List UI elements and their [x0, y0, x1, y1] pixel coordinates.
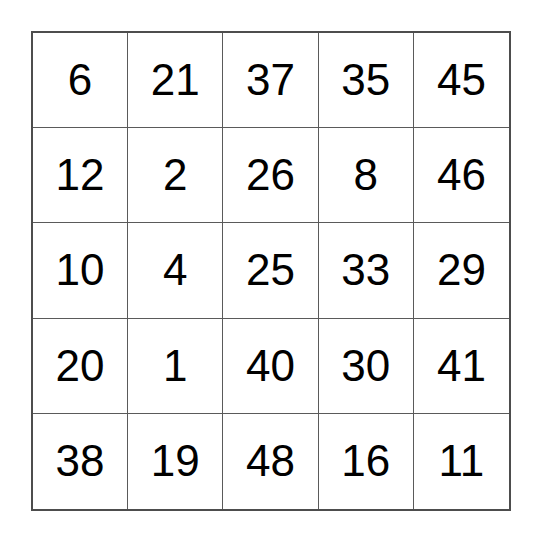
bingo-cell-r3c3: 30 [319, 319, 414, 414]
bingo-cell-r1c3: 8 [319, 128, 414, 223]
bingo-cell-r0c0: 6 [33, 33, 128, 128]
bingo-cell-r0c2: 37 [223, 33, 318, 128]
bingo-cell-r0c3: 35 [319, 33, 414, 128]
bingo-cell-r0c4: 45 [414, 33, 509, 128]
bingo-cell-r2c3: 33 [319, 223, 414, 318]
bingo-card-page: 6 21 37 35 45 12 2 26 8 46 10 4 25 33 29… [0, 0, 544, 544]
bingo-cell-r3c2: 40 [223, 319, 318, 414]
bingo-cell-r4c0: 38 [33, 414, 128, 509]
bingo-cell-r4c1: 19 [128, 414, 223, 509]
bingo-cell-r2c2: 25 [223, 223, 318, 318]
bingo-cell-r2c1: 4 [128, 223, 223, 318]
bingo-cell-r0c1: 21 [128, 33, 223, 128]
bingo-cell-r4c3: 16 [319, 414, 414, 509]
bingo-cell-r1c1: 2 [128, 128, 223, 223]
bingo-cell-r3c1: 1 [128, 319, 223, 414]
bingo-cell-r2c0: 10 [33, 223, 128, 318]
bingo-cell-r3c4: 41 [414, 319, 509, 414]
bingo-cell-r1c4: 46 [414, 128, 509, 223]
bingo-cell-r4c2: 48 [223, 414, 318, 509]
bingo-cell-r3c0: 20 [33, 319, 128, 414]
bingo-cell-r4c4: 11 [414, 414, 509, 509]
bingo-cell-r2c4: 29 [414, 223, 509, 318]
bingo-grid: 6 21 37 35 45 12 2 26 8 46 10 4 25 33 29… [31, 31, 511, 511]
bingo-cell-r1c0: 12 [33, 128, 128, 223]
bingo-cell-r1c2: 26 [223, 128, 318, 223]
